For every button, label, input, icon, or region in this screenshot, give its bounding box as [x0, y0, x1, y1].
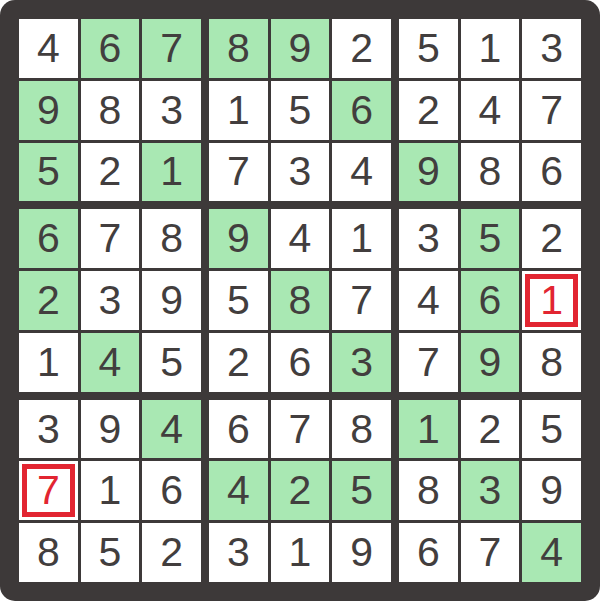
cell-r1c4[interactable]: 8: [209, 19, 268, 78]
cell-r4c7[interactable]: 3: [399, 209, 458, 268]
cell-r3c1[interactable]: 5: [19, 143, 78, 202]
cell-r2c4[interactable]: 1: [209, 81, 268, 140]
sudoku-block-7: 394716852: [19, 400, 201, 582]
cell-r9c2[interactable]: 5: [81, 523, 140, 582]
cell-r8c2[interactable]: 1: [81, 461, 140, 520]
cell-r2c7[interactable]: 2: [399, 81, 458, 140]
cell-r5c5[interactable]: 8: [271, 271, 330, 330]
cell-r1c9[interactable]: 3: [522, 19, 581, 78]
sudoku-block-4: 678239145: [19, 209, 201, 391]
cell-r7c8[interactable]: 2: [461, 400, 520, 459]
cell-r5c4[interactable]: 5: [209, 271, 268, 330]
cell-r8c8[interactable]: 3: [461, 461, 520, 520]
cell-r6c1[interactable]: 1: [19, 333, 78, 392]
sudoku-block-9: 125839674: [399, 400, 581, 582]
sudoku-block-6: 352461798: [399, 209, 581, 391]
cell-r4c6[interactable]: 1: [332, 209, 391, 268]
cell-r5c9[interactable]: 1: [522, 271, 581, 330]
cell-r9c3[interactable]: 2: [142, 523, 201, 582]
cell-r1c5[interactable]: 9: [271, 19, 330, 78]
cell-r6c6[interactable]: 3: [332, 333, 391, 392]
cell-r8c9[interactable]: 9: [522, 461, 581, 520]
cell-r9c4[interactable]: 3: [209, 523, 268, 582]
cell-r9c1[interactable]: 8: [19, 523, 78, 582]
cell-r8c4[interactable]: 4: [209, 461, 268, 520]
cell-r8c5[interactable]: 2: [271, 461, 330, 520]
cell-r2c6[interactable]: 6: [332, 81, 391, 140]
cell-r5c3[interactable]: 9: [142, 271, 201, 330]
cell-r5c8[interactable]: 6: [461, 271, 520, 330]
cell-r1c7[interactable]: 5: [399, 19, 458, 78]
cell-r4c3[interactable]: 8: [142, 209, 201, 268]
cell-r9c9[interactable]: 4: [522, 523, 581, 582]
cell-r2c8[interactable]: 4: [461, 81, 520, 140]
cell-r7c6[interactable]: 8: [332, 400, 391, 459]
cell-r7c5[interactable]: 7: [271, 400, 330, 459]
sudoku-frame: 4679835218921567345132479866782391459415…: [0, 0, 600, 601]
cell-r3c4[interactable]: 7: [209, 143, 268, 202]
cell-r9c6[interactable]: 9: [332, 523, 391, 582]
sudoku-block-8: 678425319: [209, 400, 391, 582]
cell-r4c5[interactable]: 4: [271, 209, 330, 268]
cell-r6c8[interactable]: 9: [461, 333, 520, 392]
cell-r5c2[interactable]: 3: [81, 271, 140, 330]
cell-r2c3[interactable]: 3: [142, 81, 201, 140]
cell-r7c4[interactable]: 6: [209, 400, 268, 459]
cell-r4c1[interactable]: 6: [19, 209, 78, 268]
cell-r8c1[interactable]: 7: [19, 461, 78, 520]
cell-r5c1[interactable]: 2: [19, 271, 78, 330]
cell-r3c8[interactable]: 8: [461, 143, 520, 202]
cell-r7c1[interactable]: 3: [19, 400, 78, 459]
cell-r5c6[interactable]: 7: [332, 271, 391, 330]
cell-r3c6[interactable]: 4: [332, 143, 391, 202]
cell-r1c3[interactable]: 7: [142, 19, 201, 78]
cell-r4c9[interactable]: 2: [522, 209, 581, 268]
cell-r3c2[interactable]: 2: [81, 143, 140, 202]
cell-r7c7[interactable]: 1: [399, 400, 458, 459]
cell-r7c9[interactable]: 5: [522, 400, 581, 459]
cell-r6c7[interactable]: 7: [399, 333, 458, 392]
cell-r1c8[interactable]: 1: [461, 19, 520, 78]
cell-r3c9[interactable]: 6: [522, 143, 581, 202]
cell-r6c5[interactable]: 6: [271, 333, 330, 392]
cell-r4c4[interactable]: 9: [209, 209, 268, 268]
cell-r4c8[interactable]: 5: [461, 209, 520, 268]
cell-r9c8[interactable]: 7: [461, 523, 520, 582]
sudoku-board: 4679835218921567345132479866782391459415…: [19, 19, 581, 582]
cell-r9c5[interactable]: 1: [271, 523, 330, 582]
cell-r6c2[interactable]: 4: [81, 333, 140, 392]
cell-r7c2[interactable]: 9: [81, 400, 140, 459]
cell-r8c3[interactable]: 6: [142, 461, 201, 520]
cell-r3c7[interactable]: 9: [399, 143, 458, 202]
cell-r6c9[interactable]: 8: [522, 333, 581, 392]
cell-r8c7[interactable]: 8: [399, 461, 458, 520]
cell-r6c3[interactable]: 5: [142, 333, 201, 392]
cell-r1c1[interactable]: 4: [19, 19, 78, 78]
cell-r2c1[interactable]: 9: [19, 81, 78, 140]
sudoku-block-1: 467983521: [19, 19, 201, 201]
sudoku-block-5: 941587263: [209, 209, 391, 391]
cell-r4c2[interactable]: 7: [81, 209, 140, 268]
cell-r5c7[interactable]: 4: [399, 271, 458, 330]
cell-r1c6[interactable]: 2: [332, 19, 391, 78]
cell-r2c2[interactable]: 8: [81, 81, 140, 140]
cell-r2c5[interactable]: 5: [271, 81, 330, 140]
cell-r6c4[interactable]: 2: [209, 333, 268, 392]
cell-r9c7[interactable]: 6: [399, 523, 458, 582]
cell-r2c9[interactable]: 7: [522, 81, 581, 140]
cell-r7c3[interactable]: 4: [142, 400, 201, 459]
cell-r3c3[interactable]: 1: [142, 143, 201, 202]
cell-r1c2[interactable]: 6: [81, 19, 140, 78]
sudoku-block-2: 892156734: [209, 19, 391, 201]
sudoku-block-3: 513247986: [399, 19, 581, 201]
cell-r3c5[interactable]: 3: [271, 143, 330, 202]
cell-r8c6[interactable]: 5: [332, 461, 391, 520]
